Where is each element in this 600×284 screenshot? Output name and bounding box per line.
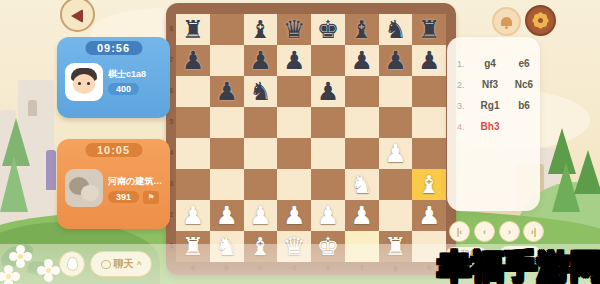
square-b7[interactable] xyxy=(210,45,244,76)
square-g3[interactable] xyxy=(379,169,413,200)
square-e6[interactable]: ♟ xyxy=(311,76,345,107)
board-grid: ♜♝♛♚♝♞♜♟♟♟♟♟♟♟♞♟♟♞♝♟♟♟♟♟♟♟♜♞♝♛♚♜ xyxy=(176,14,446,262)
bottom-player-timer: 10:05 xyxy=(85,143,142,157)
rank-label-5: 5 xyxy=(168,118,175,125)
square-d7[interactable]: ♟ xyxy=(277,45,311,76)
white-move: Bh3 xyxy=(473,121,507,132)
square-e8[interactable]: ♚ xyxy=(311,14,345,45)
first-move-button[interactable]: |‹ xyxy=(449,221,470,242)
black-move: Nc6 xyxy=(507,79,541,90)
rank-label-8: 8 xyxy=(168,25,175,32)
bottom-player-name: 河南の建筑… xyxy=(108,175,168,188)
square-c8[interactable]: ♝ xyxy=(244,14,278,45)
prev-move-button[interactable]: ‹ xyxy=(474,221,495,242)
gear-icon xyxy=(534,14,547,27)
site-watermark: 幸福手游网 xyxy=(438,245,600,284)
square-b4[interactable] xyxy=(210,138,244,169)
game-screen: 09:56 棋士c1a8 400 10:05 河南の建筑… 391 ⚑ ♜♝♛♚… xyxy=(0,0,600,284)
move-list-panel: 1.g4e62.Nf3Nc63.Rg1b64.Bh3 xyxy=(447,37,540,211)
bottom-player-rating: 391 xyxy=(108,191,139,203)
square-c2[interactable]: ♟ xyxy=(244,200,278,231)
white-pawn-b2[interactable]: ♟ xyxy=(215,203,237,228)
square-e2[interactable]: ♟ xyxy=(311,200,345,231)
square-h2[interactable]: ♟ xyxy=(412,200,446,231)
back-arrow-icon xyxy=(71,9,83,23)
hand-icon xyxy=(68,258,77,270)
black-pawn-g7[interactable]: ♟ xyxy=(384,48,406,73)
square-h3[interactable]: ♝ xyxy=(412,169,446,200)
pine-tree-decor xyxy=(0,156,28,212)
top-player-timer: 09:56 xyxy=(85,41,142,55)
castle-window-decor xyxy=(28,100,37,116)
square-c6[interactable]: ♞ xyxy=(244,76,278,107)
black-pawn-f7[interactable]: ♟ xyxy=(350,48,372,73)
square-h5[interactable] xyxy=(412,107,446,138)
square-e4[interactable] xyxy=(311,138,345,169)
white-pawn-c2[interactable]: ♟ xyxy=(249,203,271,228)
square-f4[interactable] xyxy=(345,138,379,169)
move-row[interactable]: 3.Rg1b6 xyxy=(447,95,540,116)
square-g6[interactable] xyxy=(379,76,413,107)
player-card-top[interactable]: 09:56 棋士c1a8 400 xyxy=(57,37,170,118)
square-f2[interactable]: ♟ xyxy=(345,200,379,231)
square-e7[interactable] xyxy=(311,45,345,76)
white-pawn-e2[interactable]: ♟ xyxy=(317,203,339,228)
move-row[interactable]: 4.Bh3 xyxy=(447,116,540,137)
move-list: 1.g4e62.Nf3Nc63.Rg1b64.Bh3 xyxy=(447,53,540,137)
square-e3[interactable] xyxy=(311,169,345,200)
chevron-up-icon: ^ xyxy=(137,260,142,269)
square-f7[interactable]: ♟ xyxy=(345,45,379,76)
square-g8[interactable]: ♞ xyxy=(379,14,413,45)
last-move-button[interactable]: ›| xyxy=(523,221,544,242)
square-a8[interactable]: ♜ xyxy=(176,14,210,45)
square-b5[interactable] xyxy=(210,107,244,138)
black-pawn-c7[interactable]: ♟ xyxy=(249,48,271,73)
square-a4[interactable] xyxy=(176,138,210,169)
white-move: Rg1 xyxy=(473,100,507,111)
square-f6[interactable] xyxy=(345,76,379,107)
white-pawn-a2[interactable]: ♟ xyxy=(182,203,204,228)
black-knight-g8[interactable]: ♞ xyxy=(384,17,406,42)
move-number: 1. xyxy=(453,59,473,69)
move-row[interactable]: 1.g4e6 xyxy=(447,53,540,74)
square-g4[interactable]: ♟ xyxy=(379,138,413,169)
square-a5[interactable] xyxy=(176,107,210,138)
square-c7[interactable]: ♟ xyxy=(244,45,278,76)
square-b2[interactable]: ♟ xyxy=(210,200,244,231)
square-a7[interactable]: ♟ xyxy=(176,45,210,76)
square-f3[interactable]: ♞ xyxy=(345,169,379,200)
move-number: 3. xyxy=(453,101,473,111)
square-f5[interactable] xyxy=(345,107,379,138)
black-king-e8[interactable]: ♚ xyxy=(317,17,339,42)
square-h4[interactable] xyxy=(412,138,446,169)
notification-button[interactable] xyxy=(492,7,521,36)
top-player-name: 棋士c1a8 xyxy=(108,68,168,81)
move-row[interactable]: 2.Nf3Nc6 xyxy=(447,74,540,95)
black-pawn-b6[interactable]: ♟ xyxy=(215,79,237,104)
black-knight-c6[interactable]: ♞ xyxy=(249,79,271,104)
bottom-player-avatar xyxy=(65,169,103,207)
pine-tree-decor xyxy=(574,150,600,194)
square-c3[interactable] xyxy=(244,169,278,200)
settings-button[interactable] xyxy=(525,5,556,36)
square-a2[interactable]: ♟ xyxy=(176,200,210,231)
square-a3[interactable] xyxy=(176,169,210,200)
square-h6[interactable] xyxy=(412,76,446,107)
square-a6[interactable] xyxy=(176,76,210,107)
chat-bubble-icon xyxy=(101,260,111,269)
white-pawn-h2[interactable]: ♟ xyxy=(418,203,440,228)
square-g2[interactable] xyxy=(379,200,413,231)
square-c4[interactable] xyxy=(244,138,278,169)
black-pawn-d7[interactable]: ♟ xyxy=(283,48,305,73)
black-bishop-f8[interactable]: ♝ xyxy=(350,17,372,42)
square-b6[interactable]: ♟ xyxy=(210,76,244,107)
chat-label: 聊天 xyxy=(114,257,134,271)
move-number: 4. xyxy=(453,122,473,132)
white-move: Nf3 xyxy=(473,79,507,90)
square-g5[interactable] xyxy=(379,107,413,138)
square-d2[interactable]: ♟ xyxy=(277,200,311,231)
black-pawn-e6[interactable]: ♟ xyxy=(317,79,339,104)
black-pawn-a7[interactable]: ♟ xyxy=(182,48,204,73)
square-d6[interactable] xyxy=(277,76,311,107)
avatar-photo-blob xyxy=(81,185,99,201)
square-d3[interactable] xyxy=(277,169,311,200)
white-move: g4 xyxy=(473,58,507,69)
castle-roof-decor xyxy=(46,150,56,190)
white-pawn-d2[interactable]: ♟ xyxy=(283,203,305,228)
top-player-rating: 400 xyxy=(108,83,139,95)
black-pawn-h7[interactable]: ♟ xyxy=(418,48,440,73)
next-move-button[interactable]: › xyxy=(499,221,520,242)
square-e5[interactable] xyxy=(311,107,345,138)
avatar-face xyxy=(73,74,95,94)
chat-button[interactable]: 聊天 ^ xyxy=(90,251,152,277)
square-d8[interactable]: ♛ xyxy=(277,14,311,45)
square-h7[interactable]: ♟ xyxy=(412,45,446,76)
player-card-bottom[interactable]: 10:05 河南の建筑… 391 ⚑ xyxy=(57,139,170,229)
square-g7[interactable]: ♟ xyxy=(379,45,413,76)
move-number: 2. xyxy=(453,80,473,90)
square-b8[interactable] xyxy=(210,14,244,45)
black-bishop-c8[interactable]: ♝ xyxy=(249,17,271,42)
white-pawn-g4[interactable]: ♟ xyxy=(384,141,406,166)
square-d5[interactable] xyxy=(277,107,311,138)
white-pawn-f2[interactable]: ♟ xyxy=(350,203,372,228)
emote-button[interactable] xyxy=(59,251,85,277)
black-rook-h8[interactable]: ♜ xyxy=(418,17,440,42)
black-rook-a8[interactable]: ♜ xyxy=(182,17,204,42)
back-button[interactable] xyxy=(60,0,95,32)
chess-board: ♜♝♛♚♝♞♜♟♟♟♟♟♟♟♞♟♟♞♝♟♟♟♟♟♟♟♜♞♝♛♚♜ 8765432… xyxy=(166,3,456,275)
square-b3[interactable] xyxy=(210,169,244,200)
square-d4[interactable] xyxy=(277,138,311,169)
black-move: b6 xyxy=(507,100,541,111)
black-queen-d8[interactable]: ♛ xyxy=(283,17,305,42)
white-bishop-h3[interactable]: ♝ xyxy=(418,172,440,197)
white-knight-f3[interactable]: ♞ xyxy=(350,172,372,197)
bell-icon xyxy=(501,17,512,26)
black-move: e6 xyxy=(507,58,541,69)
square-c5[interactable] xyxy=(244,107,278,138)
square-h8[interactable]: ♜ xyxy=(412,14,446,45)
top-player-avatar xyxy=(65,63,103,101)
square-f8[interactable]: ♝ xyxy=(345,14,379,45)
player-badge-icon: ⚑ xyxy=(143,191,159,204)
avatar-eyes xyxy=(78,82,81,85)
